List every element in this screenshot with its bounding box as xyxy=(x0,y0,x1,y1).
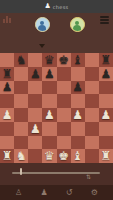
black-pawn-piece: ♟ xyxy=(30,68,41,80)
square-d6[interactable] xyxy=(42,81,56,95)
square-c4[interactable] xyxy=(28,108,42,122)
black-king-piece: ♚ xyxy=(58,54,69,66)
square-c7[interactable]: ♟ xyxy=(28,67,42,81)
square-g8[interactable] xyxy=(85,53,99,67)
square-d4[interactable]: ♟ xyxy=(42,108,56,122)
black-rook-piece: ♜ xyxy=(2,68,13,80)
white-rook-piece: ♜ xyxy=(101,150,112,162)
square-b2[interactable] xyxy=(14,136,28,150)
bottom-toolbar: ♙♟↺⚙ xyxy=(0,185,113,200)
square-b5[interactable] xyxy=(14,94,28,108)
slider-handle[interactable] xyxy=(20,168,22,175)
leaderboard-icon[interactable] xyxy=(3,16,12,23)
avatar-person-icon xyxy=(75,21,79,25)
square-f3[interactable] xyxy=(71,122,85,136)
game-header xyxy=(0,13,113,53)
move-slider-area: ⇅ xyxy=(0,163,113,185)
white-pawn-piece: ♟ xyxy=(72,109,83,121)
square-h6[interactable] xyxy=(99,81,113,95)
square-h5[interactable] xyxy=(99,94,113,108)
square-f5[interactable] xyxy=(71,94,85,108)
square-d1[interactable]: ♛ xyxy=(42,149,56,163)
square-g3[interactable] xyxy=(85,122,99,136)
square-c5[interactable] xyxy=(28,94,42,108)
square-e4[interactable] xyxy=(57,108,71,122)
square-b7[interactable] xyxy=(14,67,28,81)
pieces-icon[interactable]: ♙ xyxy=(15,189,22,197)
square-a7[interactable]: ♜ xyxy=(0,67,14,81)
square-e1[interactable]: ♚ xyxy=(57,149,71,163)
app-logo-icon: ♟ xyxy=(45,3,51,10)
square-c8[interactable] xyxy=(28,53,42,67)
square-h7[interactable]: ♟ xyxy=(99,67,113,81)
square-g7[interactable] xyxy=(85,67,99,81)
up-down-arrows-icon[interactable]: ⇅ xyxy=(86,174,91,180)
app-title: chess xyxy=(53,4,69,10)
square-d3[interactable] xyxy=(42,122,56,136)
square-c3[interactable]: ♟ xyxy=(28,122,42,136)
square-e3[interactable] xyxy=(57,122,71,136)
square-d7[interactable]: ♟ xyxy=(42,67,56,81)
black-knight-piece: ♞ xyxy=(16,54,27,66)
white-king-piece: ♚ xyxy=(58,150,69,162)
black-bishop-piece: ♝ xyxy=(72,54,83,66)
square-d8[interactable]: ♛ xyxy=(42,53,56,67)
turn-indicator-icon xyxy=(39,44,45,48)
square-f4[interactable]: ♟ xyxy=(71,108,85,122)
square-b6[interactable] xyxy=(14,81,28,95)
square-f6[interactable]: ♟ xyxy=(71,81,85,95)
square-b4[interactable] xyxy=(14,108,28,122)
square-c2[interactable] xyxy=(28,136,42,150)
square-e2[interactable] xyxy=(57,136,71,150)
square-e6[interactable] xyxy=(57,81,71,95)
white-pawn-piece: ♟ xyxy=(44,109,55,121)
square-g5[interactable] xyxy=(85,94,99,108)
white-pawn-piece: ♟ xyxy=(2,109,13,121)
square-b3[interactable] xyxy=(14,122,28,136)
square-f8[interactable]: ♝ xyxy=(71,53,85,67)
square-a1[interactable]: ♜ xyxy=(0,149,14,163)
square-c1[interactable] xyxy=(28,149,42,163)
settings-icon[interactable]: ⚙ xyxy=(91,189,98,197)
square-e5[interactable] xyxy=(57,94,71,108)
square-a2[interactable] xyxy=(0,136,14,150)
square-h4[interactable]: ♟ xyxy=(99,108,113,122)
square-b1[interactable]: ♞ xyxy=(14,149,28,163)
chess-board: ♞♛♚♝♜♜♟♟♟♟♟♟♟♟♟♟♜♞♛♚♝♜ xyxy=(0,53,113,163)
black-rook-piece: ♜ xyxy=(101,54,112,66)
black-pawn-piece: ♟ xyxy=(2,81,13,93)
square-g1[interactable] xyxy=(85,149,99,163)
white-pawn-piece: ♟ xyxy=(30,123,41,135)
square-a3[interactable] xyxy=(0,122,14,136)
square-a6[interactable]: ♟ xyxy=(0,81,14,95)
square-e8[interactable]: ♚ xyxy=(57,53,71,67)
hint-icon[interactable]: ♟ xyxy=(40,189,47,197)
white-pawn-piece: ♟ xyxy=(101,109,112,121)
hamburger-menu-icon[interactable] xyxy=(100,16,109,24)
square-d5[interactable] xyxy=(42,94,56,108)
white-knight-piece: ♞ xyxy=(16,150,27,162)
square-a8[interactable] xyxy=(0,53,14,67)
black-pawn-piece: ♟ xyxy=(44,68,55,80)
square-c6[interactable] xyxy=(28,81,42,95)
square-h8[interactable]: ♜ xyxy=(99,53,113,67)
black-pawn-piece: ♟ xyxy=(101,68,112,80)
undo-icon[interactable]: ↺ xyxy=(66,189,73,197)
white-rook-piece: ♜ xyxy=(2,150,13,162)
square-g2[interactable] xyxy=(85,136,99,150)
white-bishop-piece: ♝ xyxy=(72,150,83,162)
square-g4[interactable] xyxy=(85,108,99,122)
square-d2[interactable] xyxy=(42,136,56,150)
square-f1[interactable]: ♝ xyxy=(71,149,85,163)
status-bar: ♟ chess xyxy=(0,0,113,13)
left-player-avatar xyxy=(35,17,50,32)
square-g6[interactable] xyxy=(85,81,99,95)
square-h2[interactable] xyxy=(99,136,113,150)
square-a4[interactable]: ♟ xyxy=(0,108,14,122)
square-a5[interactable] xyxy=(0,94,14,108)
square-b8[interactable]: ♞ xyxy=(14,53,28,67)
square-f7[interactable] xyxy=(71,67,85,81)
black-queen-piece: ♛ xyxy=(44,54,55,66)
right-player-avatar xyxy=(70,17,85,32)
avatar-person-icon xyxy=(40,21,44,25)
square-e7[interactable] xyxy=(57,67,71,81)
square-h1[interactable]: ♜ xyxy=(99,149,113,163)
square-h3[interactable] xyxy=(99,122,113,136)
white-queen-piece: ♛ xyxy=(44,150,55,162)
square-f2[interactable] xyxy=(71,136,85,150)
black-pawn-piece: ♟ xyxy=(72,81,83,93)
